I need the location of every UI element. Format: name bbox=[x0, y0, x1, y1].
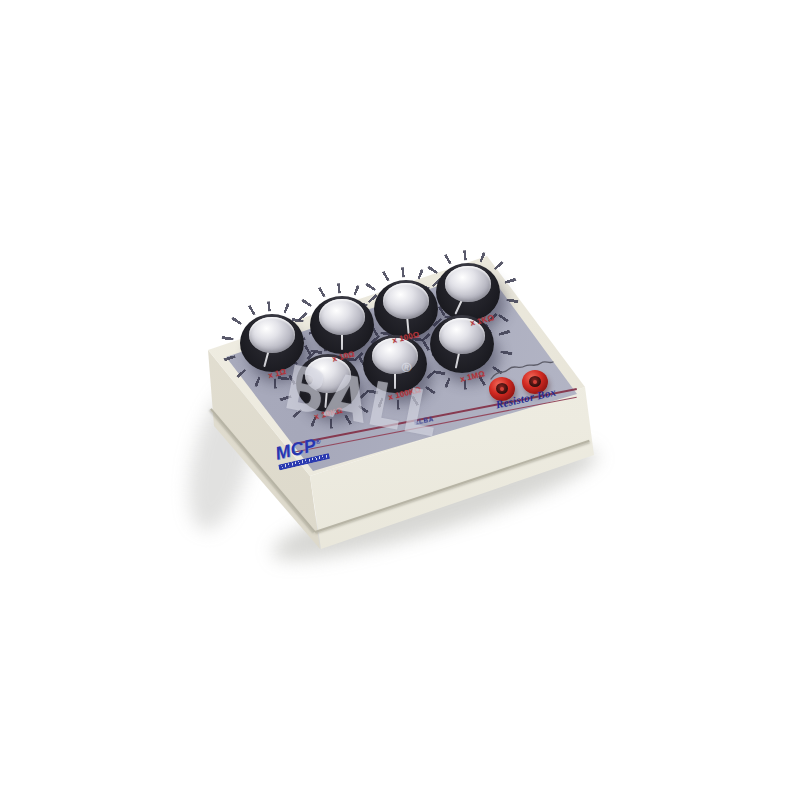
knob-x10-ohm bbox=[310, 296, 374, 354]
knob-x1k-ohm bbox=[436, 263, 500, 321]
knob-cap bbox=[383, 283, 429, 319]
knob-cap bbox=[319, 299, 365, 335]
knob-cap bbox=[445, 266, 491, 302]
knob-cap bbox=[249, 317, 295, 353]
knob-x100-ohm bbox=[374, 280, 438, 338]
photo-canvas: x 1Ω x 10Ω x 100Ω x 1KΩ x 10KΩ x 100KΩ x… bbox=[0, 0, 800, 800]
registered-trademark-icon: ® bbox=[315, 437, 322, 445]
